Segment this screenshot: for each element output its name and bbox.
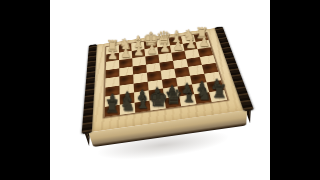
video-frame: ♜♞♝♚♛♝♞♜♟♟♟♟♟♟♟♟♟♟♟♟♟♟♟♟♜♞♝♚♛♝♞♜ — [0, 0, 320, 180]
white-pawn[interactable]: ♟ — [192, 35, 217, 47]
square-e5[interactable] — [147, 70, 162, 81]
letterbox-left — [0, 0, 50, 180]
letterbox-right — [270, 0, 320, 180]
photo-area: ♜♞♝♚♛♝♞♜♟♟♟♟♟♟♟♟♟♟♟♟♟♟♟♟♜♞♝♚♛♝♞♜ — [50, 0, 270, 180]
square-h5[interactable] — [105, 76, 119, 87]
black-rook[interactable]: ♜ — [205, 83, 234, 101]
chess-board: ♜♞♝♚♛♝♞♜♟♟♟♟♟♟♟♟♟♟♟♟♟♟♟♟♜♞♝♚♛♝♞♜ — [84, 27, 252, 133]
square-a8[interactable]: ♜ — [209, 89, 227, 101]
square-a2[interactable]: ♟ — [196, 39, 211, 48]
